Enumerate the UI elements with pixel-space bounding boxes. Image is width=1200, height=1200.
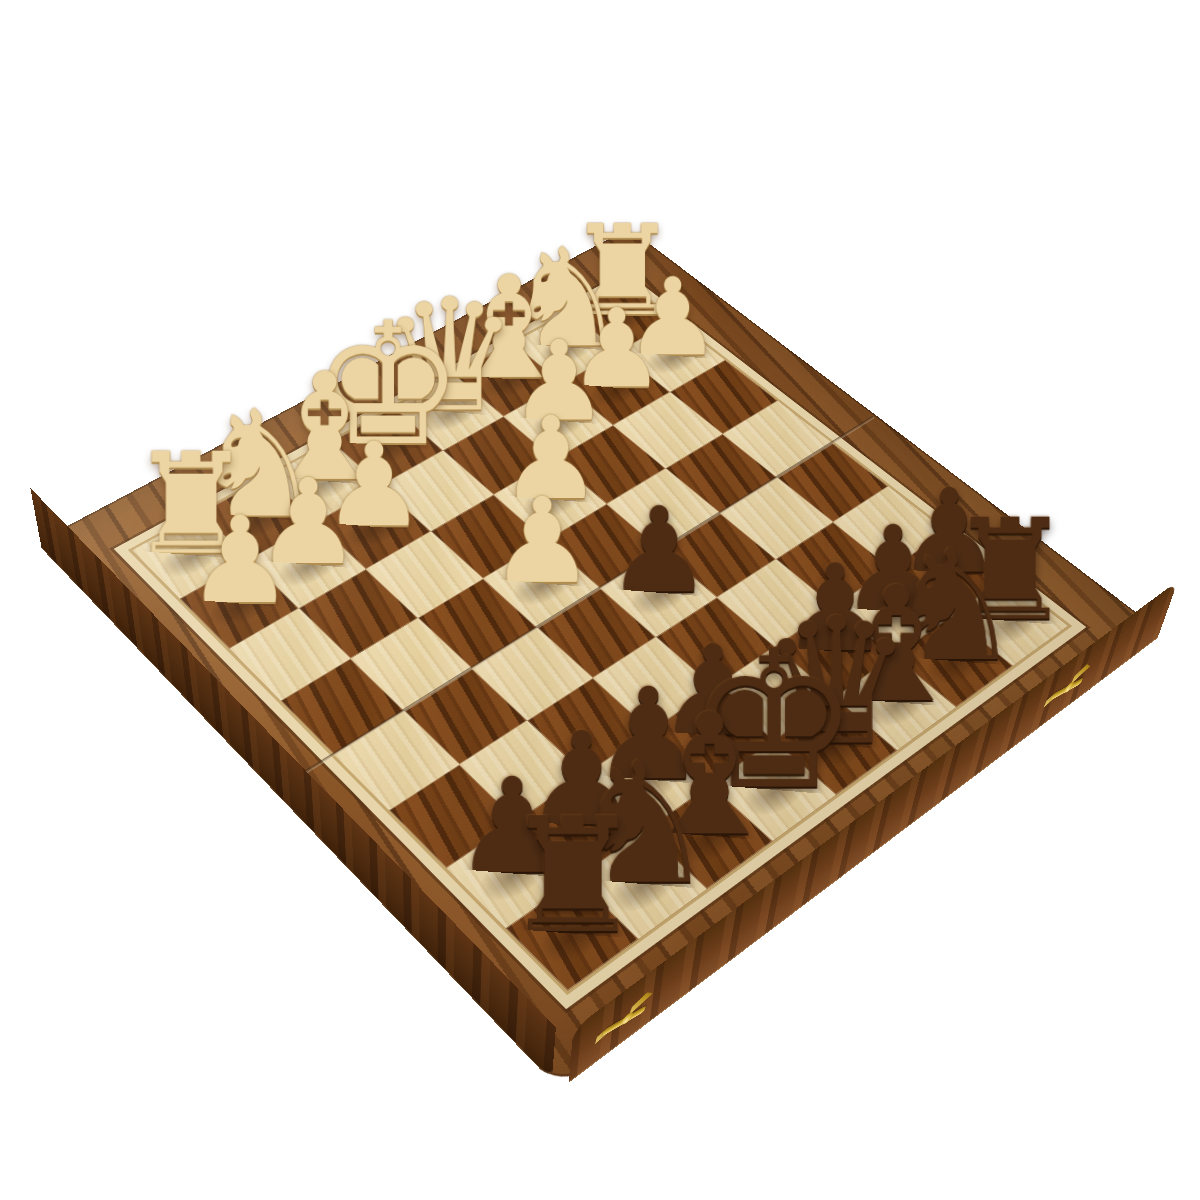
clasp-fan [1070,660,1092,687]
chess-board: ♜♞♝♚♛♝♞♜♟♟♟♟♟♟♟♟♟♟♟♟♟♟♟♟♜♞♝♚♛♝♞♜ [132,282,1068,991]
chess-set-photo: ♜♞♝♚♛♝♞♜♟♟♟♟♟♟♟♟♟♟♟♟♟♟♟♟♜♞♝♚♛♝♞♜ [0,0,1200,1200]
piece-white-pawn[interactable]: ♟ [489,482,595,600]
square-a8[interactable]: ♜ [506,879,639,991]
wooden-box: ♜♞♝♚♛♝♞♜♟♟♟♟♟♟♟♟♟♟♟♟♟♟♟♟♜♞♝♚♛♝♞♜ [36,228,1164,1089]
piece-white-pawn[interactable]: ♟ [186,500,294,620]
brass-clasp-icon [1043,657,1096,715]
piece-black-pawn[interactable]: ♟ [606,491,712,609]
brass-clasp-icon [598,984,659,1050]
square-d4[interactable]: ♟ [483,541,600,628]
piece-black-rook[interactable]: ♜ [501,797,644,956]
clasp-knob [1063,680,1075,695]
